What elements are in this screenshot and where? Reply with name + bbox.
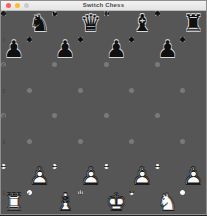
piece-outline: ♗ bbox=[55, 190, 76, 215]
square-a6[interactable]: 6 bbox=[1, 62, 6, 67]
rank-label: 4 bbox=[2, 113, 5, 118]
chess-board: 8♜♞♝♛♚♝♞♜7♟♟♟♟♟♟♟♟65432♟♙♟♙♟♙♟♙♟♙♟♙♟♙♟♙1… bbox=[1, 11, 206, 215]
piece-outline: ♙ bbox=[183, 164, 204, 189]
piece-black-pawn[interactable]: ♟ bbox=[157, 37, 178, 62]
square-c1[interactable]: ♝♗ bbox=[52, 190, 78, 216]
piece-black-pawn[interactable]: ♟ bbox=[4, 37, 25, 62]
piece-white-pawn[interactable]: ♟♙ bbox=[1, 164, 6, 169]
piece-outline: ♖ bbox=[180, 190, 185, 195]
square-a8[interactable]: 8♜ bbox=[1, 11, 6, 16]
square-g6[interactable] bbox=[155, 62, 160, 67]
square-g2[interactable]: ♟♙ bbox=[155, 164, 160, 169]
square-g8[interactable]: ♞ bbox=[155, 11, 160, 16]
piece-white-bishop[interactable]: ♝♗ bbox=[55, 190, 76, 215]
square-h3[interactable] bbox=[180, 139, 185, 144]
traffic-lights bbox=[6, 3, 29, 8]
minimize-button[interactable] bbox=[15, 3, 20, 8]
square-b5[interactable] bbox=[27, 88, 32, 93]
piece-outline: ♙ bbox=[155, 164, 160, 169]
square-e3[interactable] bbox=[104, 139, 130, 165]
square-f6[interactable] bbox=[129, 62, 155, 88]
piece-white-rook[interactable]: ♜♖ bbox=[180, 190, 185, 195]
square-d7[interactable]: ♟ bbox=[78, 37, 83, 42]
square-b3[interactable] bbox=[27, 139, 32, 144]
square-a7[interactable]: 7♟ bbox=[1, 37, 27, 63]
piece-outline: ♕ bbox=[78, 190, 83, 195]
square-h8[interactable]: ♜ bbox=[180, 11, 206, 37]
square-h2[interactable]: ♟♙ bbox=[180, 164, 206, 190]
square-d1[interactable]: ♛♕ bbox=[78, 190, 83, 195]
square-d2[interactable]: ♟♙ bbox=[78, 164, 104, 190]
piece-white-pawn[interactable]: ♟♙ bbox=[80, 164, 101, 189]
piece-outline: ♙ bbox=[52, 164, 57, 169]
square-c8[interactable]: ♝ bbox=[52, 11, 57, 16]
rank-label: 7 bbox=[2, 37, 5, 43]
square-f7[interactable]: ♟ bbox=[129, 37, 134, 42]
square-h7[interactable]: ♟ bbox=[180, 37, 185, 42]
square-f8[interactable]: ♝ bbox=[129, 11, 155, 37]
square-g3[interactable] bbox=[155, 139, 181, 165]
square-c7[interactable]: ♟ bbox=[52, 37, 78, 63]
piece-outline: ♖ bbox=[4, 190, 25, 215]
square-a3[interactable]: 3 bbox=[1, 139, 27, 165]
piece-outline: ♙ bbox=[80, 164, 101, 189]
square-e2[interactable]: ♟♙ bbox=[104, 164, 109, 169]
square-b8[interactable]: ♞ bbox=[27, 11, 53, 37]
square-b6[interactable] bbox=[27, 62, 53, 88]
piece-white-pawn[interactable]: ♟♙ bbox=[29, 164, 50, 189]
piece-white-pawn[interactable]: ♟♙ bbox=[52, 164, 57, 169]
square-d8[interactable]: ♛ bbox=[78, 11, 104, 37]
piece-black-pawn[interactable]: ♟ bbox=[180, 37, 185, 42]
piece-white-bishop[interactable]: ♝♗ bbox=[129, 190, 134, 195]
piece-black-pawn[interactable]: ♟ bbox=[129, 37, 134, 42]
title-bar[interactable]: Switch Chess bbox=[1, 1, 206, 11]
piece-outline: ♙ bbox=[1, 164, 6, 169]
piece-white-pawn[interactable]: ♟♙ bbox=[155, 164, 160, 169]
square-g7[interactable]: ♟ bbox=[155, 37, 181, 63]
square-e7[interactable]: ♟ bbox=[104, 37, 130, 63]
piece-white-pawn[interactable]: ♟♙ bbox=[183, 164, 204, 189]
square-f3[interactable] bbox=[129, 139, 134, 144]
piece-white-pawn[interactable]: ♟♙ bbox=[104, 164, 109, 169]
piece-white-queen[interactable]: ♛♕ bbox=[78, 190, 83, 195]
square-a5[interactable]: 5 bbox=[1, 88, 27, 114]
square-h4[interactable] bbox=[180, 113, 206, 139]
square-d5[interactable] bbox=[78, 88, 83, 93]
square-g4[interactable] bbox=[155, 113, 160, 118]
chess-app-window: Switch Chess 8♜♞♝♛♚♝♞♜7♟♟♟♟♟♟♟♟65432♟♙♟♙… bbox=[0, 0, 207, 215]
piece-white-knight[interactable]: ♞♘ bbox=[27, 190, 32, 195]
rank-label: 5 bbox=[2, 88, 5, 94]
window-title: Switch Chess bbox=[1, 1, 206, 9]
piece-black-rook[interactable]: ♜ bbox=[183, 11, 204, 36]
square-a4[interactable]: 4 bbox=[1, 113, 6, 118]
piece-black-pawn[interactable]: ♟ bbox=[78, 37, 83, 42]
piece-outline: ♙ bbox=[132, 164, 153, 189]
square-c4[interactable] bbox=[52, 113, 57, 118]
square-f5[interactable] bbox=[129, 88, 134, 93]
square-c3[interactable] bbox=[52, 139, 78, 165]
square-e1[interactable]: ♚♔ bbox=[104, 190, 130, 216]
piece-black-bishop[interactable]: ♝ bbox=[132, 11, 153, 36]
square-d6[interactable] bbox=[78, 62, 104, 88]
piece-outline: ♘ bbox=[157, 190, 178, 215]
square-f4[interactable] bbox=[129, 113, 155, 139]
square-h5[interactable] bbox=[180, 88, 185, 93]
square-f2[interactable]: ♟♙ bbox=[129, 164, 155, 190]
rank-label: 6 bbox=[2, 62, 5, 67]
square-h6[interactable] bbox=[180, 62, 206, 88]
rank-label: 3 bbox=[2, 139, 5, 145]
square-g5[interactable] bbox=[155, 88, 181, 114]
piece-black-bishop[interactable]: ♝ bbox=[52, 11, 57, 16]
square-b4[interactable] bbox=[27, 113, 53, 139]
piece-outline: ♙ bbox=[29, 164, 50, 189]
piece-outline: ♔ bbox=[106, 190, 127, 215]
square-b1[interactable]: ♞♘ bbox=[27, 190, 32, 195]
piece-black-knight[interactable]: ♞ bbox=[29, 11, 50, 36]
square-b2[interactable]: ♟♙ bbox=[27, 164, 53, 190]
piece-outline: ♘ bbox=[27, 190, 32, 195]
square-c6[interactable] bbox=[52, 62, 57, 67]
square-e8[interactable]: ♚ bbox=[104, 11, 109, 16]
piece-black-knight[interactable]: ♞ bbox=[155, 11, 160, 16]
square-a2[interactable]: 2♟♙ bbox=[1, 164, 6, 169]
piece-black-pawn[interactable]: ♟ bbox=[106, 37, 127, 62]
piece-white-knight[interactable]: ♞♘ bbox=[157, 190, 178, 215]
zoom-button[interactable] bbox=[24, 3, 29, 8]
piece-white-king[interactable]: ♚♔ bbox=[106, 190, 127, 215]
square-h1[interactable]: ♜♖ bbox=[180, 190, 185, 195]
square-d4[interactable] bbox=[78, 113, 104, 139]
piece-white-rook[interactable]: ♜♖ bbox=[4, 190, 25, 215]
piece-white-pawn[interactable]: ♟♙ bbox=[132, 164, 153, 189]
close-button[interactable] bbox=[6, 3, 11, 8]
square-c2[interactable]: ♟♙ bbox=[52, 164, 57, 169]
piece-outline: ♙ bbox=[104, 164, 109, 169]
piece-black-pawn[interactable]: ♟ bbox=[27, 37, 32, 42]
square-c5[interactable] bbox=[52, 88, 78, 114]
piece-black-pawn[interactable]: ♟ bbox=[55, 37, 76, 62]
square-g1[interactable]: ♞♘ bbox=[155, 190, 181, 216]
piece-black-queen[interactable]: ♛ bbox=[80, 11, 101, 36]
square-e5[interactable] bbox=[104, 88, 130, 114]
square-b7[interactable]: ♟ bbox=[27, 37, 32, 42]
square-d3[interactable] bbox=[78, 139, 83, 144]
piece-black-king[interactable]: ♚ bbox=[104, 11, 109, 16]
square-f1[interactable]: ♝♗ bbox=[129, 190, 134, 195]
rank-label: 8 bbox=[2, 11, 5, 16]
square-e6[interactable] bbox=[104, 62, 109, 67]
square-e4[interactable] bbox=[104, 113, 109, 118]
piece-outline: ♗ bbox=[129, 190, 134, 195]
square-a1[interactable]: 1♜♖ bbox=[1, 190, 27, 216]
